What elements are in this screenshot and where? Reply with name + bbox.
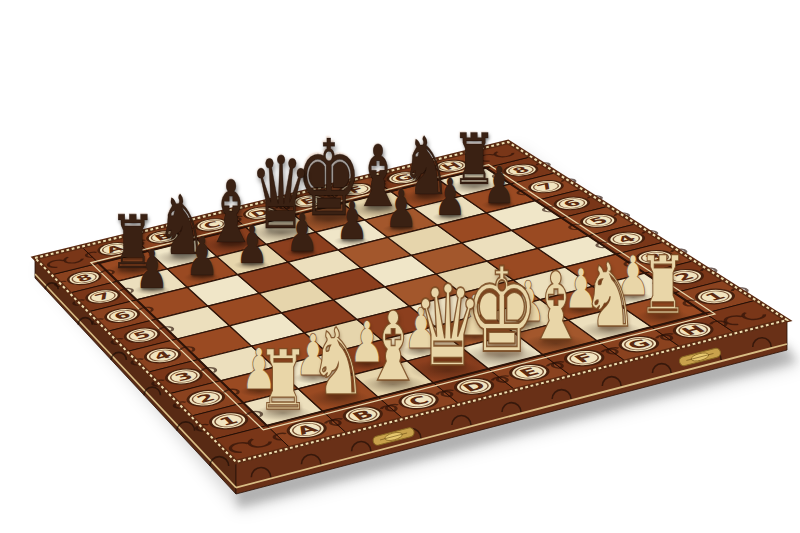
- piece-white-rook-h1[interactable]: ♜: [638, 246, 688, 326]
- piece-black-pawn-g7[interactable]: ♟: [434, 172, 466, 223]
- white-bishop-glyph: ♝: [363, 291, 423, 403]
- piece-black-pawn-a7[interactable]: ♟: [135, 243, 168, 296]
- piece-black-pawn-h7[interactable]: ♟: [483, 160, 515, 211]
- white-knight-glyph: ♞: [582, 243, 638, 347]
- chess-set-photo: AA88BB77CC66DD55EE44FF33GG22HH11 ♜♞♝♛♚♝♞…: [0, 0, 800, 533]
- piece-white-knight-b1[interactable]: ♞: [309, 317, 367, 409]
- piece-black-pawn-d7[interactable]: ♟: [286, 207, 319, 259]
- white-rook-glyph: ♜: [257, 332, 309, 429]
- black-pawn-glyph: ♟: [384, 179, 417, 239]
- black-pawn-glyph: ♟: [135, 239, 168, 300]
- piece-black-pawn-b7[interactable]: ♟: [186, 230, 219, 283]
- piece-white-bishop-c1[interactable]: ♝: [363, 299, 423, 395]
- white-rook-glyph: ♜: [638, 239, 688, 332]
- black-pawn-glyph: ♟: [236, 215, 269, 275]
- piece-white-knight-g1[interactable]: ♞: [582, 251, 638, 340]
- piece-white-rook-a1[interactable]: ♜: [257, 339, 309, 422]
- black-pawn-glyph: ♟: [286, 203, 319, 263]
- piece-black-pawn-e7[interactable]: ♟: [335, 195, 368, 247]
- black-pawn-glyph: ♟: [483, 156, 515, 215]
- white-knight-glyph: ♞: [309, 309, 367, 416]
- pieces-layer: ♜♞♝♛♚♝♞♜♟♟♟♟♟♟♟♟♟♟♟♟♟♟♟♟♜♞♝♛♚♝♞♜: [0, 0, 800, 533]
- piece-black-pawn-f7[interactable]: ♟: [384, 183, 417, 235]
- black-pawn-glyph: ♟: [335, 191, 368, 251]
- black-pawn-glyph: ♟: [186, 226, 219, 287]
- piece-black-pawn-c7[interactable]: ♟: [236, 219, 269, 271]
- black-pawn-glyph: ♟: [434, 168, 466, 227]
